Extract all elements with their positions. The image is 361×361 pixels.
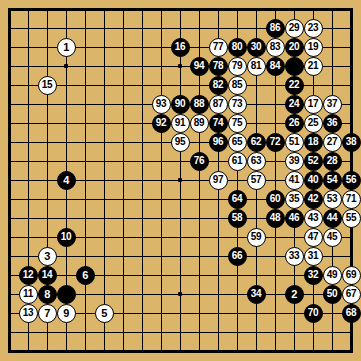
go-stone-move-93[interactable]: 93 [152,95,171,114]
move-number: 82 [213,80,223,90]
go-stone-move-39[interactable]: 39 [285,152,304,171]
go-stone-move-68[interactable]: 68 [342,304,361,323]
go-stone-move-15[interactable]: 15 [38,76,57,95]
move-number: 87 [213,99,223,109]
move-number: 88 [194,99,204,109]
go-stone-move-2[interactable]: 2 [285,285,304,304]
go-stone-move-38[interactable]: 38 [342,133,361,152]
go-stone-move-32[interactable]: 32 [304,266,323,285]
go-board[interactable]: 1234567891011121314151617181920212223242… [0,0,361,361]
go-stone-move-86[interactable]: 86 [266,19,285,38]
move-number: 65 [232,137,242,147]
go-stone-move-65[interactable]: 65 [228,133,247,152]
go-stone-move-40[interactable]: 40 [304,171,323,190]
move-number: 28 [327,156,337,166]
move-number: 34 [251,289,261,299]
go-stone-move-79[interactable]: 79 [228,57,247,76]
move-number: 90 [175,99,185,109]
move-number: 79 [232,61,242,71]
go-stone-setup-Q16[interactable] [285,57,304,76]
go-stone-move-7[interactable]: 7 [38,304,57,323]
move-number: 85 [232,80,242,90]
go-stone-move-49[interactable]: 49 [323,266,342,285]
go-stone-move-51[interactable]: 51 [285,133,304,152]
go-stone-move-18[interactable]: 18 [304,133,323,152]
move-number: 78 [213,61,223,71]
go-stone-move-1[interactable]: 1 [57,38,76,57]
go-stone-move-52[interactable]: 52 [304,152,323,171]
move-number: 64 [232,194,242,204]
go-stone-move-24[interactable]: 24 [285,95,304,114]
go-stone-move-31[interactable]: 31 [304,247,323,266]
go-stone-move-22[interactable]: 22 [285,76,304,95]
star-point [64,64,68,68]
move-number: 16 [175,42,185,52]
go-stone-move-36[interactable]: 36 [323,114,342,133]
move-number: 18 [308,137,318,147]
move-number: 73 [232,99,242,109]
go-stone-move-25[interactable]: 25 [304,114,323,133]
move-number: 3 [44,250,50,261]
go-stone-move-82[interactable]: 82 [209,76,228,95]
move-number: 6 [82,269,88,280]
go-stone-move-44[interactable]: 44 [323,209,342,228]
go-stone-move-78[interactable]: 78 [209,57,228,76]
move-number: 55 [346,213,356,223]
move-number: 67 [346,289,356,299]
move-number: 66 [232,251,242,261]
go-stone-move-76[interactable]: 76 [190,152,209,171]
move-number: 22 [289,80,299,90]
go-stone-move-77[interactable]: 77 [209,38,228,57]
go-stone-move-23[interactable]: 23 [304,19,323,38]
go-stone-move-33[interactable]: 33 [285,247,304,266]
go-stone-move-27[interactable]: 27 [323,133,342,152]
move-number: 70 [308,308,318,318]
move-number: 57 [251,175,261,185]
move-number: 96 [213,137,223,147]
go-stone-move-6[interactable]: 6 [76,266,95,285]
go-stone-move-67[interactable]: 67 [342,285,361,304]
go-stone-move-28[interactable]: 28 [323,152,342,171]
go-stone-move-89[interactable]: 89 [190,114,209,133]
go-stone-move-63[interactable]: 63 [247,152,266,171]
move-number: 14 [42,270,52,280]
move-number: 54 [327,175,337,185]
move-number: 92 [156,118,166,128]
move-number: 56 [346,175,356,185]
go-stone-move-95[interactable]: 95 [171,133,190,152]
move-number: 13 [23,308,33,318]
move-number: 24 [289,99,299,109]
go-stone-move-3[interactable]: 3 [38,247,57,266]
go-stone-move-71[interactable]: 71 [342,190,361,209]
move-number: 72 [270,137,280,147]
move-number: 47 [308,232,318,242]
go-stone-move-60[interactable]: 60 [266,190,285,209]
move-number: 71 [346,194,356,204]
move-number: 17 [308,99,318,109]
go-stone-move-11[interactable]: 11 [19,285,38,304]
go-stone-move-26[interactable]: 26 [285,114,304,133]
move-number: 9 [63,307,69,318]
go-stone-move-83[interactable]: 83 [266,38,285,57]
move-number: 52 [308,156,318,166]
star-point [178,292,182,296]
go-stone-move-48[interactable]: 48 [266,209,285,228]
go-stone-move-29[interactable]: 29 [285,19,304,38]
move-number: 19 [308,42,318,52]
move-number: 84 [270,61,280,71]
move-number: 60 [270,194,280,204]
go-stone-move-64[interactable]: 64 [228,190,247,209]
move-number: 83 [270,42,280,52]
go-stone-move-70[interactable]: 70 [304,304,323,323]
go-stone-move-87[interactable]: 87 [209,95,228,114]
go-stone-move-35[interactable]: 35 [285,190,304,209]
move-number: 44 [327,213,337,223]
go-stone-move-88[interactable]: 88 [190,95,209,114]
move-number: 75 [232,118,242,128]
go-stone-move-62[interactable]: 62 [247,133,266,152]
move-number: 49 [327,270,337,280]
move-number: 10 [61,232,71,242]
move-number: 23 [308,23,318,33]
go-stone-move-45[interactable]: 45 [323,228,342,247]
move-number: 37 [327,99,337,109]
go-stone-move-96[interactable]: 96 [209,133,228,152]
move-number: 51 [289,137,299,147]
go-stone-move-53[interactable]: 53 [323,190,342,209]
go-stone-move-43[interactable]: 43 [304,209,323,228]
go-stone-move-16[interactable]: 16 [171,38,190,57]
go-stone-move-61[interactable]: 61 [228,152,247,171]
grid-line-horizontal [8,275,353,276]
go-stone-move-8[interactable]: 8 [38,285,57,304]
move-number: 4 [63,174,69,185]
move-number: 29 [289,23,299,33]
go-stone-move-85[interactable]: 85 [228,76,247,95]
go-stone-move-46[interactable]: 46 [285,209,304,228]
go-stone-move-17[interactable]: 17 [304,95,323,114]
move-number: 31 [308,251,318,261]
move-number: 30 [251,42,261,52]
move-number: 97 [213,175,223,185]
move-number: 15 [42,80,52,90]
star-point [178,64,182,68]
go-stone-move-5[interactable]: 5 [95,304,114,323]
go-stone-move-66[interactable]: 66 [228,247,247,266]
move-number: 26 [289,118,299,128]
move-number: 48 [270,213,280,223]
move-number: 93 [156,99,166,109]
move-number: 43 [308,213,318,223]
go-stone-move-14[interactable]: 14 [38,266,57,285]
go-stone-move-9[interactable]: 9 [57,304,76,323]
move-number: 2 [291,288,297,299]
move-number: 20 [289,42,299,52]
go-stone-move-59[interactable]: 59 [247,228,266,247]
go-stone-move-84[interactable]: 84 [266,57,285,76]
move-number: 7 [44,307,50,318]
move-number: 12 [23,270,33,280]
move-number: 40 [308,175,318,185]
move-number: 1 [63,41,69,52]
move-number: 80 [232,42,242,52]
move-number: 41 [289,175,299,185]
go-stone-move-21[interactable]: 21 [304,57,323,76]
move-number: 61 [232,156,242,166]
go-stone-move-94[interactable]: 94 [190,57,209,76]
star-point [178,178,182,182]
go-stone-move-80[interactable]: 80 [228,38,247,57]
move-number: 50 [327,289,337,299]
move-number: 32 [308,270,318,280]
move-number: 5 [101,307,107,318]
go-stone-move-34[interactable]: 34 [247,285,266,304]
move-number: 46 [289,213,299,223]
go-stone-move-54[interactable]: 54 [323,171,342,190]
go-stone-move-57[interactable]: 57 [247,171,266,190]
go-stone-move-56[interactable]: 56 [342,171,361,190]
go-stone-move-90[interactable]: 90 [171,95,190,114]
go-stone-move-55[interactable]: 55 [342,209,361,228]
go-stone-move-42[interactable]: 42 [304,190,323,209]
move-number: 89 [194,118,204,128]
move-number: 91 [175,118,185,128]
move-number: 45 [327,232,337,242]
grid-line-horizontal [8,332,353,333]
move-number: 53 [327,194,337,204]
go-stone-move-12[interactable]: 12 [19,266,38,285]
move-number: 42 [308,194,318,204]
move-number: 74 [213,118,223,128]
move-number: 77 [213,42,223,52]
move-number: 63 [251,156,261,166]
go-stone-move-37[interactable]: 37 [323,95,342,114]
move-number: 25 [308,118,318,128]
move-number: 94 [194,61,204,71]
go-stone-move-75[interactable]: 75 [228,114,247,133]
move-number: 35 [289,194,299,204]
go-stone-move-10[interactable]: 10 [57,228,76,247]
move-number: 95 [175,137,185,147]
go-stone-move-73[interactable]: 73 [228,95,247,114]
go-stone-setup-D4[interactable] [57,285,76,304]
move-number: 58 [232,213,242,223]
go-stone-move-69[interactable]: 69 [342,266,361,285]
move-number: 59 [251,232,261,242]
go-stone-move-74[interactable]: 74 [209,114,228,133]
go-stone-move-72[interactable]: 72 [266,133,285,152]
move-number: 33 [289,251,299,261]
move-number: 81 [251,61,261,71]
move-number: 86 [270,23,280,33]
move-number: 62 [251,137,261,147]
go-stone-move-47[interactable]: 47 [304,228,323,247]
move-number: 76 [194,156,204,166]
move-number: 21 [308,61,318,71]
move-number: 68 [346,308,356,318]
go-stone-move-20[interactable]: 20 [285,38,304,57]
go-stone-move-97[interactable]: 97 [209,171,228,190]
go-stone-move-4[interactable]: 4 [57,171,76,190]
go-stone-move-41[interactable]: 41 [285,171,304,190]
grid-line-horizontal [8,350,353,353]
go-stone-move-58[interactable]: 58 [228,209,247,228]
go-stone-move-50[interactable]: 50 [323,285,342,304]
go-stone-move-19[interactable]: 19 [304,38,323,57]
move-number: 8 [44,288,50,299]
move-number: 36 [327,118,337,128]
move-number: 11 [23,289,33,299]
go-stone-move-92[interactable]: 92 [152,114,171,133]
go-stone-move-13[interactable]: 13 [19,304,38,323]
move-number: 39 [289,156,299,166]
move-number: 38 [346,137,356,147]
move-number: 69 [346,270,356,280]
move-number: 27 [327,137,337,147]
go-stone-move-81[interactable]: 81 [247,57,266,76]
go-stone-move-30[interactable]: 30 [247,38,266,57]
go-stone-move-91[interactable]: 91 [171,114,190,133]
